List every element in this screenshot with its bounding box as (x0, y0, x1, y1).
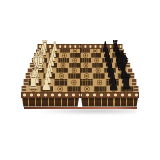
piece-white-rook[interactable]: ♜ (27, 73, 39, 93)
box-front-left (22, 97, 79, 107)
chess-set-photo: ♜♟♟♜♞♟♟♞♝♟♟♝♛♟♟♛♚♟♟♚♝♟♟♝♞♟♟♞♜♟♟♜ (0, 0, 160, 160)
fold-seam (80, 44, 81, 98)
box-front-right (81, 97, 138, 107)
piece-white-pawn[interactable]: ♟ (41, 75, 52, 93)
chess-board: ♜♟♟♜♞♟♟♞♝♟♟♝♛♟♟♛♚♟♟♚♝♟♟♝♞♟♟♞♜♟♟♜ (21, 44, 139, 98)
piece-black-rook[interactable]: ♜ (121, 73, 133, 93)
piece-black-pawn[interactable]: ♟ (108, 75, 119, 93)
ground-shadow (36, 109, 136, 114)
